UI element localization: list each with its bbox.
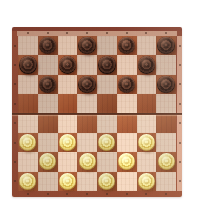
light-piece[interactable]: ⛀ <box>138 134 155 151</box>
square-r5c8[interactable] <box>156 114 176 133</box>
light-piece[interactable]: ⛀ <box>19 173 36 190</box>
square-r3c3[interactable] <box>58 75 78 94</box>
square-r8c8[interactable] <box>156 172 176 191</box>
square-r4c3[interactable] <box>58 94 78 113</box>
frame-coordinate-mark <box>14 83 16 85</box>
square-r5c4[interactable] <box>77 114 97 133</box>
square-r4c6[interactable] <box>117 94 137 113</box>
square-r2c1[interactable]: ⛂ <box>18 55 38 74</box>
square-r3c2[interactable]: ⛂ <box>38 75 58 94</box>
square-r3c7[interactable] <box>137 75 157 94</box>
square-r7c4[interactable]: ⛀ <box>77 152 97 171</box>
square-r6c4[interactable] <box>77 133 97 152</box>
square-r2c6[interactable] <box>117 55 137 74</box>
frame-coordinate-mark <box>14 103 16 105</box>
square-r8c2[interactable] <box>38 172 58 191</box>
square-r3c5[interactable] <box>97 75 117 94</box>
light-piece[interactable]: ⛀ <box>79 153 96 170</box>
light-piece[interactable]: ⛀ <box>98 173 115 190</box>
dark-piece[interactable]: ⛂ <box>118 37 136 55</box>
square-r3c4[interactable]: ⛂ <box>77 75 97 94</box>
dark-piece[interactable]: ⛂ <box>78 76 96 94</box>
dark-piece[interactable]: ⛂ <box>157 37 175 55</box>
square-r2c7[interactable]: ⛂ <box>137 55 157 74</box>
square-r2c8[interactable] <box>156 55 176 74</box>
square-r7c2[interactable]: ⛀ <box>38 152 58 171</box>
frame-coordinate-mark <box>165 193 167 195</box>
square-r1c3[interactable] <box>58 36 78 55</box>
frame-coordinate-mark <box>179 142 181 144</box>
square-r7c7[interactable] <box>137 152 157 171</box>
square-r5c7[interactable] <box>137 114 157 133</box>
square-r2c4[interactable] <box>77 55 97 74</box>
square-r5c3[interactable] <box>58 114 78 133</box>
light-piece[interactable]: ⛀ <box>19 134 36 151</box>
frame-coordinate-mark <box>14 64 16 66</box>
square-r1c4[interactable]: ⛂ <box>77 36 97 55</box>
square-r4c2[interactable] <box>38 94 58 113</box>
frame-coordinate-mark <box>14 180 16 182</box>
frame-coordinate-mark <box>14 45 16 47</box>
light-piece[interactable]: ⛀ <box>98 134 115 151</box>
square-r5c1[interactable] <box>18 114 38 133</box>
dark-piece[interactable]: ⛂ <box>39 76 57 94</box>
light-piece[interactable]: ⛀ <box>59 134 76 151</box>
square-r8c6[interactable] <box>117 172 137 191</box>
square-r3c6[interactable]: ⛂ <box>117 75 137 94</box>
square-r2c2[interactable] <box>38 55 58 74</box>
dark-piece[interactable]: ⛂ <box>39 37 57 55</box>
square-r4c5[interactable] <box>97 94 117 113</box>
dark-piece[interactable]: ⛂ <box>78 37 96 55</box>
square-r8c3[interactable]: ⛀ <box>58 172 78 191</box>
square-r3c8[interactable]: ⛂ <box>156 75 176 94</box>
square-r8c1[interactable]: ⛀ <box>18 172 38 191</box>
square-r1c5[interactable] <box>97 36 117 55</box>
square-r2c3[interactable]: ⛂ <box>58 55 78 74</box>
dark-piece[interactable]: ⛂ <box>98 56 116 74</box>
frame-coordinate-mark <box>27 193 29 195</box>
square-r1c8[interactable]: ⛂ <box>156 36 176 55</box>
light-piece[interactable]: ⛀ <box>158 153 175 170</box>
frame-coordinate-mark <box>66 193 68 195</box>
frame-coordinate-mark <box>106 32 108 34</box>
square-r6c7[interactable]: ⛀ <box>137 133 157 152</box>
square-r4c8[interactable] <box>156 94 176 113</box>
board-hinge-seam <box>12 113 182 115</box>
square-r7c5[interactable] <box>97 152 117 171</box>
frame-coordinate-mark <box>179 161 181 163</box>
square-r8c7[interactable]: ⛀ <box>137 172 157 191</box>
square-r5c2[interactable] <box>38 114 58 133</box>
square-r1c6[interactable]: ⛂ <box>117 36 137 55</box>
dark-piece[interactable]: ⛂ <box>157 76 175 94</box>
frame-coordinate-mark <box>47 32 49 34</box>
frame-coordinate-mark <box>47 193 49 195</box>
square-r1c7[interactable] <box>137 36 157 55</box>
square-r5c5[interactable] <box>97 114 117 133</box>
light-piece[interactable]: ⛀ <box>118 153 135 170</box>
square-r3c1[interactable] <box>18 75 38 94</box>
square-r1c2[interactable]: ⛂ <box>38 36 58 55</box>
square-r4c4[interactable] <box>77 94 97 113</box>
square-r8c5[interactable]: ⛀ <box>97 172 117 191</box>
photo-background: ⛂⛂⛂⛂⛂⛂⛂⛂⛂⛂⛂⛂⛀⛀⛀⛀⛀⛀⛀⛀⛀⛀⛀⛀ <box>0 0 200 200</box>
checkers-board: ⛂⛂⛂⛂⛂⛂⛂⛂⛂⛂⛂⛂⛀⛀⛀⛀⛀⛀⛀⛀⛀⛀⛀⛀ <box>12 27 182 197</box>
frame-coordinate-mark <box>179 45 181 47</box>
square-r4c7[interactable] <box>137 94 157 113</box>
frame-coordinate-mark <box>145 193 147 195</box>
square-r4c1[interactable] <box>18 94 38 113</box>
square-r8c4[interactable] <box>77 172 97 191</box>
square-r6c1[interactable]: ⛀ <box>18 133 38 152</box>
square-r7c6[interactable]: ⛀ <box>117 152 137 171</box>
square-r6c6[interactable] <box>117 133 137 152</box>
square-r6c3[interactable]: ⛀ <box>58 133 78 152</box>
square-r1c1[interactable] <box>18 36 38 55</box>
dark-piece[interactable]: ⛂ <box>19 56 37 74</box>
square-r7c8[interactable]: ⛀ <box>156 152 176 171</box>
frame-coordinate-mark <box>126 32 128 34</box>
frame-coordinate-mark <box>27 32 29 34</box>
frame-coordinate-mark <box>14 122 16 124</box>
frame-coordinate-mark <box>179 64 181 66</box>
light-piece[interactable]: ⛀ <box>59 173 76 190</box>
dark-piece[interactable]: ⛂ <box>59 56 77 74</box>
frame-coordinate-mark <box>86 193 88 195</box>
square-r6c8[interactable] <box>156 133 176 152</box>
dark-piece[interactable]: ⛂ <box>118 76 136 94</box>
dark-piece[interactable]: ⛂ <box>138 56 156 74</box>
square-r6c5[interactable]: ⛀ <box>97 133 117 152</box>
frame-coordinate-mark <box>106 193 108 195</box>
frame-coordinate-mark <box>14 161 16 163</box>
light-piece[interactable]: ⛀ <box>138 173 155 190</box>
frame-coordinate-mark <box>126 193 128 195</box>
square-r6c2[interactable] <box>38 133 58 152</box>
square-r7c3[interactable] <box>58 152 78 171</box>
frame-coordinate-mark <box>14 142 16 144</box>
square-r7c1[interactable] <box>18 152 38 171</box>
frame-coordinate-mark <box>179 103 181 105</box>
light-piece[interactable]: ⛀ <box>39 153 56 170</box>
square-r5c6[interactable] <box>117 114 137 133</box>
frame-coordinate-mark <box>179 122 181 124</box>
square-r2c5[interactable]: ⛂ <box>97 55 117 74</box>
